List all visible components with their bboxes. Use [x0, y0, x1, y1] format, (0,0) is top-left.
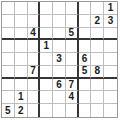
cell-r6c4[interactable]	[40, 66, 53, 79]
cell-r2c5[interactable]	[53, 15, 66, 28]
cell-r4c7[interactable]	[79, 40, 92, 53]
cell-r1c5[interactable]	[53, 2, 66, 15]
cell-r3c2[interactable]	[15, 28, 28, 41]
cell-r6c6[interactable]	[66, 66, 79, 79]
cell-r9c2[interactable]: 2	[15, 104, 28, 117]
cell-r8c3[interactable]	[28, 91, 41, 104]
cell-r4c9[interactable]	[104, 40, 117, 53]
cell-r7c8[interactable]	[91, 79, 104, 92]
cell-r2c2[interactable]	[15, 15, 28, 28]
cell-r2c3[interactable]	[28, 15, 41, 28]
cell-r5c5[interactable]: 3	[53, 53, 66, 66]
cell-r4c6[interactable]	[66, 40, 79, 53]
cell-r9c3[interactable]	[28, 104, 41, 117]
cell-r8c5[interactable]	[53, 91, 66, 104]
cell-r1c1[interactable]	[2, 2, 15, 15]
cell-r8c9[interactable]	[104, 91, 117, 104]
cell-r7c3[interactable]	[28, 79, 41, 92]
cell-r1c9[interactable]: 1	[104, 2, 117, 15]
cell-r3c1[interactable]	[2, 28, 15, 41]
cell-r7c2[interactable]	[15, 79, 28, 92]
cell-r9c7[interactable]	[79, 104, 92, 117]
cell-r8c4[interactable]	[40, 91, 53, 104]
cell-r9c4[interactable]	[40, 104, 53, 117]
cell-r2c1[interactable]	[2, 15, 15, 28]
cell-r4c3[interactable]	[28, 40, 41, 53]
cell-r6c7[interactable]: 5	[79, 66, 92, 79]
cell-r5c8[interactable]	[91, 53, 104, 66]
cell-r7c7[interactable]	[79, 79, 92, 92]
cell-r9c8[interactable]	[91, 104, 104, 117]
cell-r9c1[interactable]: 5	[2, 104, 15, 117]
cell-r3c6[interactable]: 5	[66, 28, 79, 41]
cell-r7c1[interactable]	[2, 79, 15, 92]
cell-r6c3[interactable]: 7	[28, 66, 41, 79]
cell-r1c4[interactable]	[40, 2, 53, 15]
cell-r1c3[interactable]	[28, 2, 41, 15]
cell-r9c5[interactable]	[53, 104, 66, 117]
cell-r1c7[interactable]	[79, 2, 92, 15]
cell-r1c8[interactable]	[91, 2, 104, 15]
cell-r4c2[interactable]	[15, 40, 28, 53]
cell-r8c7[interactable]	[79, 91, 92, 104]
cell-r4c1[interactable]	[2, 40, 15, 53]
cell-r8c2[interactable]: 1	[15, 91, 28, 104]
cell-r5c1[interactable]	[2, 53, 15, 66]
cell-r1c2[interactable]	[15, 2, 28, 15]
cell-r7c4[interactable]	[40, 79, 53, 92]
cell-r6c8[interactable]: 8	[91, 66, 104, 79]
cell-r1c6[interactable]	[66, 2, 79, 15]
cell-r2c7[interactable]	[79, 15, 92, 28]
cell-r7c5[interactable]: 6	[53, 79, 66, 92]
cell-r7c9[interactable]	[104, 79, 117, 92]
cell-r7c6[interactable]: 7	[66, 79, 79, 92]
cell-r5c9[interactable]	[104, 53, 117, 66]
cell-r8c6[interactable]: 4	[66, 91, 79, 104]
cell-r3c5[interactable]	[53, 28, 66, 41]
sudoku-puzzle: 12345136758671452	[0, 0, 120, 120]
cell-r9c6[interactable]	[66, 104, 79, 117]
cell-r4c8[interactable]	[91, 40, 104, 53]
cell-r5c2[interactable]	[15, 53, 28, 66]
cell-r2c4[interactable]	[40, 15, 53, 28]
cell-r3c4[interactable]	[40, 28, 53, 41]
sudoku-board: 12345136758671452	[1, 1, 118, 118]
cell-r9c9[interactable]	[104, 104, 117, 117]
cell-r5c7[interactable]: 6	[79, 53, 92, 66]
cell-r6c2[interactable]	[15, 66, 28, 79]
cell-r3c9[interactable]	[104, 28, 117, 41]
cell-r6c1[interactable]	[2, 66, 15, 79]
cell-r4c5[interactable]	[53, 40, 66, 53]
cell-r6c5[interactable]	[53, 66, 66, 79]
cell-r8c1[interactable]	[2, 91, 15, 104]
cell-r2c8[interactable]: 2	[91, 15, 104, 28]
cell-r5c3[interactable]	[28, 53, 41, 66]
cell-r6c9[interactable]	[104, 66, 117, 79]
cell-r4c4[interactable]: 1	[40, 40, 53, 53]
cell-r2c6[interactable]	[66, 15, 79, 28]
cell-r5c4[interactable]	[40, 53, 53, 66]
cell-r8c8[interactable]	[91, 91, 104, 104]
cell-r2c9[interactable]: 3	[104, 15, 117, 28]
cell-r3c3[interactable]: 4	[28, 28, 41, 41]
cell-r3c8[interactable]	[91, 28, 104, 41]
cell-r5c6[interactable]	[66, 53, 79, 66]
cell-r3c7[interactable]	[79, 28, 92, 41]
